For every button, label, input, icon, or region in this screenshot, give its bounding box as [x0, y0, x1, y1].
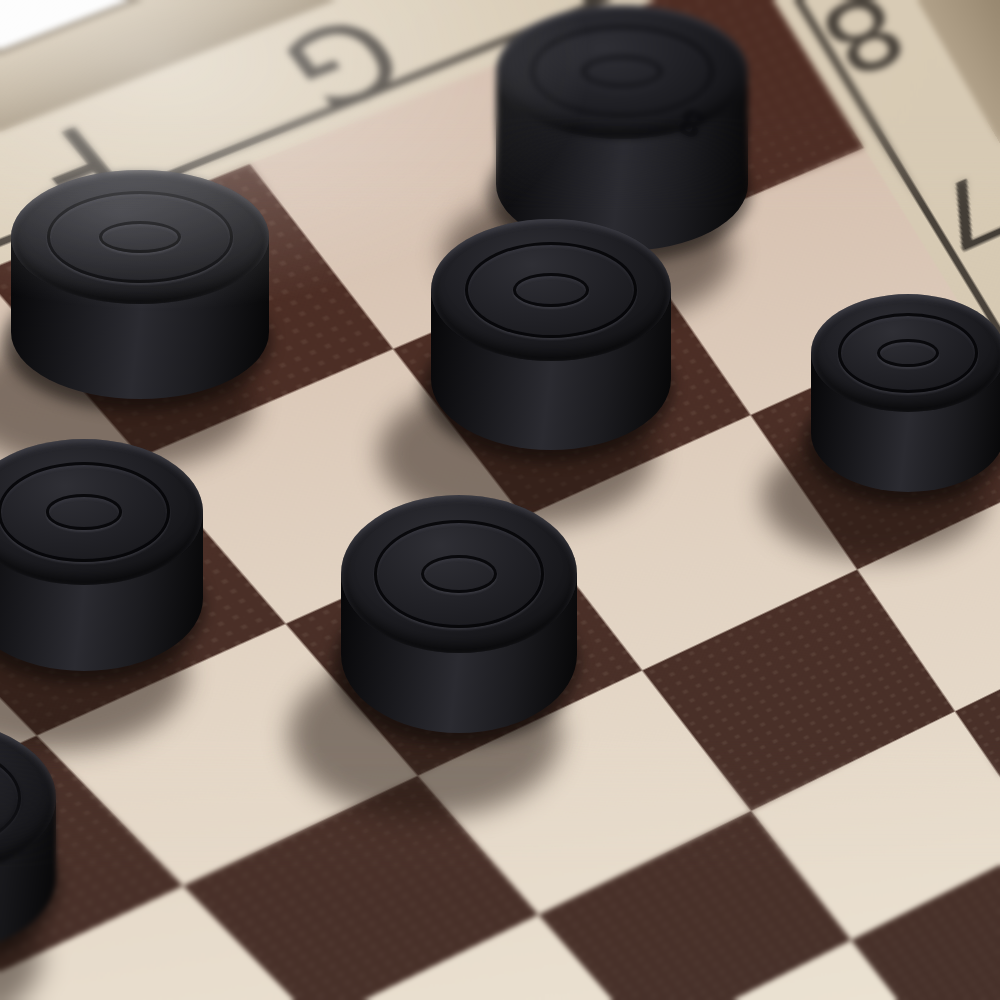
- checker-ring-2-e7: [46, 494, 122, 529]
- checker-f6[interactable]: [341, 495, 577, 653]
- pieces-layer: 8: [0, 0, 1000, 1000]
- checker-ring-2-f8: [99, 221, 182, 253]
- checker-ring-2-g7: [513, 273, 590, 307]
- checker-h6[interactable]: [811, 294, 1000, 412]
- checker-g7[interactable]: [431, 219, 671, 361]
- checkers-photo-scene: ABCDEFGH 87654321 8: [0, 0, 1000, 1000]
- checker-ring-2-h6: [877, 339, 939, 367]
- checker-ring-2-f6: [421, 555, 497, 593]
- checker-f8[interactable]: [11, 170, 269, 304]
- checker-h8[interactable]: [496, 5, 748, 139]
- checker-ring-1-d6: [0, 744, 21, 851]
- checker-ring-2-h8: [582, 56, 663, 88]
